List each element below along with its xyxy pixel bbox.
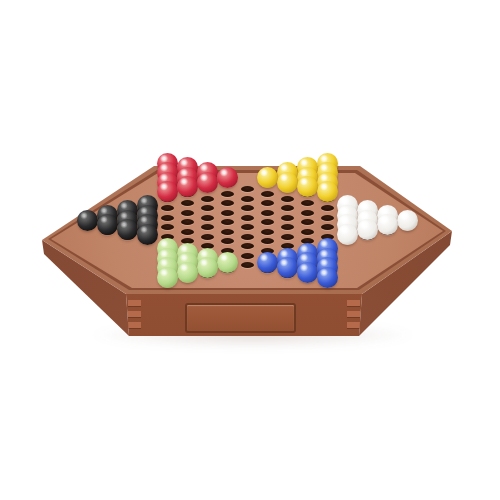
lattice-column [217, 184, 237, 270]
hole[interactable] [181, 219, 194, 225]
finger-joint [347, 311, 360, 317]
lattice-column [97, 222, 117, 232]
marble-white[interactable] [397, 210, 418, 231]
hole[interactable] [201, 205, 214, 211]
hole[interactable] [261, 219, 274, 225]
hole[interactable] [221, 229, 234, 235]
hole[interactable] [161, 215, 174, 221]
board-hole-grid [77, 170, 417, 284]
hole[interactable] [241, 253, 254, 259]
finger-joint [347, 322, 360, 328]
marble-green[interactable] [177, 262, 198, 283]
drawer-front[interactable] [185, 303, 296, 333]
hole[interactable] [301, 210, 314, 216]
finger-joint [128, 311, 141, 317]
hole[interactable] [321, 205, 334, 211]
hole[interactable] [241, 262, 254, 268]
hole[interactable] [241, 234, 254, 240]
hole[interactable] [241, 196, 254, 202]
finger-joint [128, 322, 141, 328]
hole[interactable] [281, 234, 294, 240]
hole[interactable] [221, 210, 234, 216]
hole[interactable] [241, 224, 254, 230]
hole[interactable] [201, 215, 214, 221]
lattice-column [297, 175, 317, 280]
hole[interactable] [241, 205, 254, 211]
hole[interactable] [301, 219, 314, 225]
hole[interactable] [241, 186, 254, 192]
hole[interactable] [201, 196, 214, 202]
lattice-column [337, 213, 357, 242]
marble-blue[interactable] [317, 267, 338, 288]
marble-white[interactable] [377, 214, 398, 235]
lattice-column [317, 170, 337, 284]
lattice-column [177, 175, 197, 280]
lattice-column [197, 180, 217, 275]
hole[interactable] [261, 210, 274, 216]
marble-yellow[interactable] [297, 176, 318, 197]
lattice-column [157, 170, 177, 284]
hole[interactable] [301, 229, 314, 235]
lattice-column [357, 218, 377, 237]
marble-black[interactable] [137, 224, 158, 245]
hole[interactable] [201, 234, 214, 240]
lattice-column [377, 222, 397, 232]
marble-yellow[interactable] [277, 172, 298, 193]
hole[interactable] [261, 229, 274, 235]
hole[interactable] [161, 224, 174, 230]
marble-green[interactable] [197, 257, 218, 278]
hole[interactable] [261, 191, 274, 197]
hole[interactable] [181, 210, 194, 216]
finger-joint [128, 300, 141, 306]
hole[interactable] [281, 224, 294, 230]
marble-black[interactable] [77, 210, 98, 231]
marble-blue[interactable] [257, 252, 278, 273]
marble-blue[interactable] [297, 262, 318, 283]
marble-red[interactable] [217, 167, 238, 188]
hole[interactable] [281, 196, 294, 202]
marble-red[interactable] [157, 181, 178, 202]
lattice-column [237, 189, 257, 265]
hole[interactable] [181, 200, 194, 206]
hole[interactable] [321, 224, 334, 230]
hole[interactable] [221, 200, 234, 206]
hole[interactable] [161, 205, 174, 211]
hole[interactable] [221, 219, 234, 225]
hole[interactable] [301, 200, 314, 206]
lattice-column [137, 213, 157, 242]
marble-black[interactable] [117, 219, 138, 240]
finger-joint [347, 300, 360, 306]
chinese-checkers-board-photo [0, 0, 500, 500]
marble-white[interactable] [337, 224, 358, 245]
marble-blue[interactable] [277, 257, 298, 278]
lattice-column [257, 184, 277, 270]
hole[interactable] [281, 205, 294, 211]
marble-black[interactable] [97, 214, 118, 235]
hole[interactable] [201, 224, 214, 230]
marble-yellow[interactable] [257, 167, 278, 188]
hole[interactable] [261, 200, 274, 206]
hole[interactable] [281, 215, 294, 221]
marble-white[interactable] [357, 219, 378, 240]
marble-green[interactable] [217, 252, 238, 273]
lattice-column [277, 180, 297, 275]
hole[interactable] [241, 243, 254, 249]
hole[interactable] [241, 215, 254, 221]
marble-red[interactable] [197, 172, 218, 193]
hole[interactable] [181, 229, 194, 235]
marble-yellow[interactable] [317, 181, 338, 202]
hole[interactable] [261, 238, 274, 244]
marble-red[interactable] [177, 176, 198, 197]
marble-green[interactable] [157, 267, 178, 288]
hole[interactable] [221, 191, 234, 197]
lattice-column [117, 218, 137, 237]
hole[interactable] [221, 238, 234, 244]
hole[interactable] [321, 215, 334, 221]
